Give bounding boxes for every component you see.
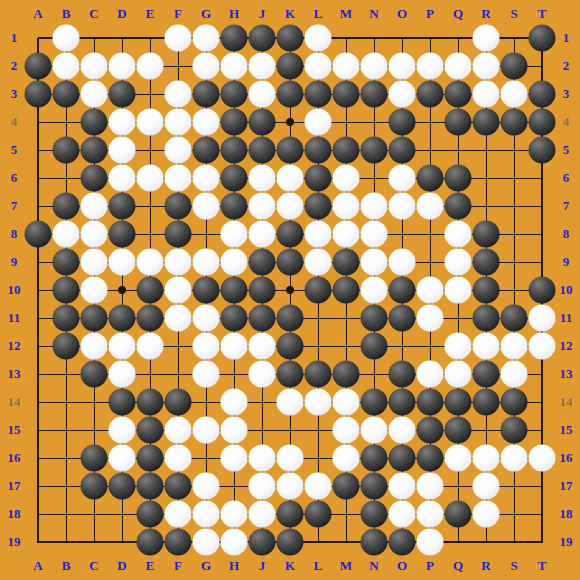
- stone-black-C4[interactable]: ●: [81, 109, 108, 136]
- stone-white-R2[interactable]: ●: [473, 53, 500, 80]
- coord-top-H: H: [229, 6, 239, 22]
- coord-top-R: R: [481, 6, 490, 22]
- stone-white-P13[interactable]: ●: [417, 361, 444, 388]
- stone-white-G13[interactable]: ●: [193, 361, 220, 388]
- stone-black-N5[interactable]: ●: [361, 137, 388, 164]
- stone-white-P10[interactable]: ●: [417, 277, 444, 304]
- stone-black-R4[interactable]: ●: [473, 109, 500, 136]
- stone-black-O14[interactable]: ●: [389, 389, 416, 416]
- stone-black-L7[interactable]: ●: [305, 193, 332, 220]
- stone-black-F8[interactable]: ●: [165, 221, 192, 248]
- stone-black-C11[interactable]: ●: [81, 305, 108, 332]
- stone-black-L3[interactable]: ●: [305, 81, 332, 108]
- coord-bottom-L: L: [314, 558, 323, 574]
- stone-white-D9[interactable]: ●: [109, 249, 136, 276]
- coord-left-13: 13: [8, 366, 21, 382]
- stone-black-N12[interactable]: ●: [361, 333, 388, 360]
- stone-white-J2[interactable]: ●: [249, 53, 276, 80]
- stone-white-P7[interactable]: ●: [417, 193, 444, 220]
- stone-black-C6[interactable]: ●: [81, 165, 108, 192]
- stone-black-K1[interactable]: ●: [277, 25, 304, 52]
- stone-white-F6[interactable]: ●: [165, 165, 192, 192]
- stone-black-R9[interactable]: ●: [473, 249, 500, 276]
- stone-white-K6[interactable]: ●: [277, 165, 304, 192]
- stone-black-E16[interactable]: ●: [137, 445, 164, 472]
- stone-black-M17[interactable]: ●: [333, 473, 360, 500]
- coord-right-14: 14: [560, 394, 573, 410]
- stone-black-T4[interactable]: ●: [529, 109, 556, 136]
- stone-white-N7[interactable]: ●: [361, 193, 388, 220]
- stone-white-Q2[interactable]: ●: [445, 53, 472, 80]
- stone-black-O10[interactable]: ●: [389, 277, 416, 304]
- coord-right-6: 6: [563, 170, 570, 186]
- stone-white-H15[interactable]: ●: [221, 417, 248, 444]
- stone-white-N8[interactable]: ●: [361, 221, 388, 248]
- stone-white-F9[interactable]: ●: [165, 249, 192, 276]
- coord-right-19: 19: [560, 534, 573, 550]
- stone-white-O7[interactable]: ●: [389, 193, 416, 220]
- coord-left-8: 8: [11, 226, 18, 242]
- stone-black-Q15[interactable]: ●: [445, 417, 472, 444]
- stone-white-L1[interactable]: ●: [305, 25, 332, 52]
- coord-top-N: N: [369, 6, 378, 22]
- stone-white-G15[interactable]: ●: [193, 417, 220, 444]
- coord-bottom-G: G: [201, 558, 211, 574]
- stone-white-J12[interactable]: ●: [249, 333, 276, 360]
- stone-black-E18[interactable]: ●: [137, 501, 164, 528]
- stone-white-L4[interactable]: ●: [305, 109, 332, 136]
- stone-black-B10[interactable]: ●: [53, 277, 80, 304]
- coord-bottom-O: O: [397, 558, 407, 574]
- stone-black-M10[interactable]: ●: [333, 277, 360, 304]
- stone-white-J7[interactable]: ●: [249, 193, 276, 220]
- stone-white-P2[interactable]: ●: [417, 53, 444, 80]
- stone-black-C5[interactable]: ●: [81, 137, 108, 164]
- stone-black-H1[interactable]: ●: [221, 25, 248, 52]
- stone-black-T3[interactable]: ●: [529, 81, 556, 108]
- stone-black-B7[interactable]: ●: [53, 193, 80, 220]
- coord-left-4: 4: [11, 114, 18, 130]
- stone-black-G5[interactable]: ●: [193, 137, 220, 164]
- stone-white-C7[interactable]: ●: [81, 193, 108, 220]
- stone-white-R16[interactable]: ●: [473, 445, 500, 472]
- stone-black-H5[interactable]: ●: [221, 137, 248, 164]
- stone-black-K19[interactable]: ●: [277, 529, 304, 556]
- stone-white-C10[interactable]: ●: [81, 277, 108, 304]
- stone-white-C12[interactable]: ●: [81, 333, 108, 360]
- stone-white-D6[interactable]: ●: [109, 165, 136, 192]
- stone-white-F5[interactable]: ●: [165, 137, 192, 164]
- stone-black-D11[interactable]: ●: [109, 305, 136, 332]
- stone-white-J17[interactable]: ●: [249, 473, 276, 500]
- coord-left-12: 12: [8, 338, 21, 354]
- stone-white-Q12[interactable]: ●: [445, 333, 472, 360]
- stone-black-E17[interactable]: ●: [137, 473, 164, 500]
- stone-white-G17[interactable]: ●: [193, 473, 220, 500]
- stone-black-F19[interactable]: ●: [165, 529, 192, 556]
- stone-black-F17[interactable]: ●: [165, 473, 192, 500]
- stone-white-S13[interactable]: ●: [501, 361, 528, 388]
- stone-black-R13[interactable]: ●: [473, 361, 500, 388]
- stone-white-O2[interactable]: ●: [389, 53, 416, 80]
- stone-white-J18[interactable]: ●: [249, 501, 276, 528]
- hoshi-K4: [286, 118, 294, 126]
- stone-black-L18[interactable]: ●: [305, 501, 332, 528]
- stone-white-F10[interactable]: ●: [165, 277, 192, 304]
- stone-white-F16[interactable]: ●: [165, 445, 192, 472]
- stone-white-S12[interactable]: ●: [501, 333, 528, 360]
- stone-black-S15[interactable]: ●: [501, 417, 528, 444]
- stone-black-J5[interactable]: ●: [249, 137, 276, 164]
- stone-white-G9[interactable]: ●: [193, 249, 220, 276]
- stone-white-F11[interactable]: ●: [165, 305, 192, 332]
- stone-white-J13[interactable]: ●: [249, 361, 276, 388]
- stone-black-K11[interactable]: ●: [277, 305, 304, 332]
- coord-left-2: 2: [11, 58, 18, 74]
- stone-black-H3[interactable]: ●: [221, 81, 248, 108]
- stone-black-L10[interactable]: ●: [305, 277, 332, 304]
- stone-black-H11[interactable]: ●: [221, 305, 248, 332]
- stone-white-F1[interactable]: ●: [165, 25, 192, 52]
- stone-white-O18[interactable]: ●: [389, 501, 416, 528]
- stone-black-K18[interactable]: ●: [277, 501, 304, 528]
- stone-black-O16[interactable]: ●: [389, 445, 416, 472]
- coord-bottom-H: H: [229, 558, 239, 574]
- stone-white-E2[interactable]: ●: [137, 53, 164, 80]
- stone-white-D16[interactable]: ●: [109, 445, 136, 472]
- stone-black-R10[interactable]: ●: [473, 277, 500, 304]
- stone-white-T11[interactable]: ●: [529, 305, 556, 332]
- stone-white-F4[interactable]: ●: [165, 109, 192, 136]
- stone-black-L6[interactable]: ●: [305, 165, 332, 192]
- stone-white-F18[interactable]: ●: [165, 501, 192, 528]
- stone-white-M16[interactable]: ●: [333, 445, 360, 472]
- stone-black-Q3[interactable]: ●: [445, 81, 472, 108]
- stone-white-C2[interactable]: ●: [81, 53, 108, 80]
- stone-black-P3[interactable]: ●: [417, 81, 444, 108]
- stone-black-H10[interactable]: ●: [221, 277, 248, 304]
- coord-right-4: 4: [563, 114, 570, 130]
- stone-black-L13[interactable]: ●: [305, 361, 332, 388]
- stone-black-E14[interactable]: ●: [137, 389, 164, 416]
- stone-black-N19[interactable]: ●: [361, 529, 388, 556]
- stone-white-D15[interactable]: ●: [109, 417, 136, 444]
- stone-black-P6[interactable]: ●: [417, 165, 444, 192]
- coord-top-E: E: [146, 6, 155, 22]
- stone-white-M14[interactable]: ●: [333, 389, 360, 416]
- stone-black-J19[interactable]: ●: [249, 529, 276, 556]
- stone-black-D7[interactable]: ●: [109, 193, 136, 220]
- stone-black-M3[interactable]: ●: [333, 81, 360, 108]
- stone-white-E9[interactable]: ●: [137, 249, 164, 276]
- stone-white-P17[interactable]: ●: [417, 473, 444, 500]
- stone-white-H19[interactable]: ●: [221, 529, 248, 556]
- stone-black-A2[interactable]: ●: [25, 53, 52, 80]
- stone-black-S11[interactable]: ●: [501, 305, 528, 332]
- stone-black-P16[interactable]: ●: [417, 445, 444, 472]
- stone-white-G4[interactable]: ●: [193, 109, 220, 136]
- stone-black-N16[interactable]: ●: [361, 445, 388, 472]
- coord-left-14: 14: [8, 394, 21, 410]
- coord-right-17: 17: [560, 478, 573, 494]
- stone-black-K12[interactable]: ●: [277, 333, 304, 360]
- stone-black-K9[interactable]: ●: [277, 249, 304, 276]
- stone-white-E6[interactable]: ●: [137, 165, 164, 192]
- stone-white-J16[interactable]: ●: [249, 445, 276, 472]
- coord-right-7: 7: [563, 198, 570, 214]
- stone-white-R18[interactable]: ●: [473, 501, 500, 528]
- stone-black-K2[interactable]: ●: [277, 53, 304, 80]
- stone-white-B2[interactable]: ●: [53, 53, 80, 80]
- stone-black-K3[interactable]: ●: [277, 81, 304, 108]
- stone-white-O17[interactable]: ●: [389, 473, 416, 500]
- coord-right-16: 16: [560, 450, 573, 466]
- stone-black-C17[interactable]: ●: [81, 473, 108, 500]
- stone-white-N2[interactable]: ●: [361, 53, 388, 80]
- coord-top-T: T: [538, 6, 547, 22]
- stone-black-T5[interactable]: ●: [529, 137, 556, 164]
- coord-left-15: 15: [8, 422, 21, 438]
- stone-black-R11[interactable]: ●: [473, 305, 500, 332]
- stone-white-N15[interactable]: ●: [361, 417, 388, 444]
- stone-white-E4[interactable]: ●: [137, 109, 164, 136]
- stone-black-D14[interactable]: ●: [109, 389, 136, 416]
- stone-white-S3[interactable]: ●: [501, 81, 528, 108]
- stone-white-H2[interactable]: ●: [221, 53, 248, 80]
- stone-black-F14[interactable]: ●: [165, 389, 192, 416]
- stone-white-G12[interactable]: ●: [193, 333, 220, 360]
- stone-white-G6[interactable]: ●: [193, 165, 220, 192]
- stone-white-K7[interactable]: ●: [277, 193, 304, 220]
- stone-black-E11[interactable]: ●: [137, 305, 164, 332]
- stone-white-R12[interactable]: ●: [473, 333, 500, 360]
- stone-white-L8[interactable]: ●: [305, 221, 332, 248]
- stone-black-O11[interactable]: ●: [389, 305, 416, 332]
- stone-black-E10[interactable]: ●: [137, 277, 164, 304]
- stone-white-M2[interactable]: ●: [333, 53, 360, 80]
- stone-white-H8[interactable]: ●: [221, 221, 248, 248]
- stone-black-P15[interactable]: ●: [417, 417, 444, 444]
- stone-white-C3[interactable]: ●: [81, 81, 108, 108]
- stone-black-S14[interactable]: ●: [501, 389, 528, 416]
- stone-black-D8[interactable]: ●: [109, 221, 136, 248]
- stone-white-Q8[interactable]: ●: [445, 221, 472, 248]
- stone-white-M6[interactable]: ●: [333, 165, 360, 192]
- stone-white-L9[interactable]: ●: [305, 249, 332, 276]
- coord-bottom-E: E: [146, 558, 155, 574]
- stone-white-H18[interactable]: ●: [221, 501, 248, 528]
- stone-black-L5[interactable]: ●: [305, 137, 332, 164]
- stone-white-C9[interactable]: ●: [81, 249, 108, 276]
- stone-white-G2[interactable]: ●: [193, 53, 220, 80]
- stone-black-E19[interactable]: ●: [137, 529, 164, 556]
- stone-white-J3[interactable]: ●: [249, 81, 276, 108]
- stone-black-G3[interactable]: ●: [193, 81, 220, 108]
- stone-white-T12[interactable]: ●: [529, 333, 556, 360]
- stone-white-D12[interactable]: ●: [109, 333, 136, 360]
- stone-white-N9[interactable]: ●: [361, 249, 388, 276]
- stone-black-P14[interactable]: ●: [417, 389, 444, 416]
- coord-right-18: 18: [560, 506, 573, 522]
- stone-white-K14[interactable]: ●: [277, 389, 304, 416]
- stone-white-D4[interactable]: ●: [109, 109, 136, 136]
- coord-bottom-N: N: [369, 558, 378, 574]
- stone-black-T1[interactable]: ●: [529, 25, 556, 52]
- stone-white-C8[interactable]: ●: [81, 221, 108, 248]
- stone-white-Q16[interactable]: ●: [445, 445, 472, 472]
- stone-black-M5[interactable]: ●: [333, 137, 360, 164]
- stone-white-M8[interactable]: ●: [333, 221, 360, 248]
- stone-black-O5[interactable]: ●: [389, 137, 416, 164]
- stone-black-H4[interactable]: ●: [221, 109, 248, 136]
- coord-top-P: P: [426, 6, 434, 22]
- stone-black-R8[interactable]: ●: [473, 221, 500, 248]
- stone-black-H7[interactable]: ●: [221, 193, 248, 220]
- stone-black-D17[interactable]: ●: [109, 473, 136, 500]
- stone-white-E12[interactable]: ●: [137, 333, 164, 360]
- stone-white-P18[interactable]: ●: [417, 501, 444, 528]
- stone-black-K8[interactable]: ●: [277, 221, 304, 248]
- stone-black-B3[interactable]: ●: [53, 81, 80, 108]
- stone-black-C16[interactable]: ●: [81, 445, 108, 472]
- stone-black-N11[interactable]: ●: [361, 305, 388, 332]
- stone-black-C13[interactable]: ●: [81, 361, 108, 388]
- stone-black-Q7[interactable]: ●: [445, 193, 472, 220]
- stone-white-P19[interactable]: ●: [417, 529, 444, 556]
- stone-black-J1[interactable]: ●: [249, 25, 276, 52]
- stone-white-F15[interactable]: ●: [165, 417, 192, 444]
- stone-black-J9[interactable]: ●: [249, 249, 276, 276]
- stone-black-B12[interactable]: ●: [53, 333, 80, 360]
- stone-white-O3[interactable]: ●: [389, 81, 416, 108]
- stone-black-N17[interactable]: ●: [361, 473, 388, 500]
- coord-top-K: K: [285, 6, 295, 22]
- stone-white-J6[interactable]: ●: [249, 165, 276, 192]
- coord-top-L: L: [314, 6, 323, 22]
- stone-white-H12[interactable]: ●: [221, 333, 248, 360]
- stone-white-L2[interactable]: ●: [305, 53, 332, 80]
- coord-right-2: 2: [563, 58, 570, 74]
- stone-black-F7[interactable]: ●: [165, 193, 192, 220]
- stone-white-D13[interactable]: ●: [109, 361, 136, 388]
- stone-black-O19[interactable]: ●: [389, 529, 416, 556]
- stone-black-K13[interactable]: ●: [277, 361, 304, 388]
- stone-white-R3[interactable]: ●: [473, 81, 500, 108]
- stone-white-Q10[interactable]: ●: [445, 277, 472, 304]
- stone-white-R1[interactable]: ●: [473, 25, 500, 52]
- coord-right-1: 1: [563, 30, 570, 46]
- stone-black-E15[interactable]: ●: [137, 417, 164, 444]
- stone-white-M7[interactable]: ●: [333, 193, 360, 220]
- stone-black-T10[interactable]: ●: [529, 277, 556, 304]
- stone-white-R17[interactable]: ●: [473, 473, 500, 500]
- stone-black-N14[interactable]: ●: [361, 389, 388, 416]
- stone-black-Q6[interactable]: ●: [445, 165, 472, 192]
- stone-black-Q4[interactable]: ●: [445, 109, 472, 136]
- coord-top-D: D: [117, 6, 126, 22]
- stone-black-Q18[interactable]: ●: [445, 501, 472, 528]
- stone-white-H9[interactable]: ●: [221, 249, 248, 276]
- stone-white-G18[interactable]: ●: [193, 501, 220, 528]
- stone-black-S2[interactable]: ●: [501, 53, 528, 80]
- stone-black-O4[interactable]: ●: [389, 109, 416, 136]
- stone-white-N10[interactable]: ●: [361, 277, 388, 304]
- coord-bottom-M: M: [340, 558, 352, 574]
- stone-white-H14[interactable]: ●: [221, 389, 248, 416]
- stone-white-G7[interactable]: ●: [193, 193, 220, 220]
- stone-black-M13[interactable]: ●: [333, 361, 360, 388]
- coord-bottom-P: P: [426, 558, 434, 574]
- stone-white-G1[interactable]: ●: [193, 25, 220, 52]
- coord-bottom-K: K: [285, 558, 295, 574]
- stone-black-K5[interactable]: ●: [277, 137, 304, 164]
- coord-left-17: 17: [8, 478, 21, 494]
- stone-black-J4[interactable]: ●: [249, 109, 276, 136]
- stone-white-P11[interactable]: ●: [417, 305, 444, 332]
- stone-black-A8[interactable]: ●: [25, 221, 52, 248]
- stone-white-O15[interactable]: ●: [389, 417, 416, 444]
- stone-white-M15[interactable]: ●: [333, 417, 360, 444]
- coord-bottom-D: D: [117, 558, 126, 574]
- stone-black-J10[interactable]: ●: [249, 277, 276, 304]
- coord-top-O: O: [397, 6, 407, 22]
- stone-white-Q13[interactable]: ●: [445, 361, 472, 388]
- coord-bottom-A: A: [33, 558, 42, 574]
- stone-white-D5[interactable]: ●: [109, 137, 136, 164]
- stone-black-R14[interactable]: ●: [473, 389, 500, 416]
- coord-left-19: 19: [8, 534, 21, 550]
- stone-white-G19[interactable]: ●: [193, 529, 220, 556]
- stone-black-H6[interactable]: ●: [221, 165, 248, 192]
- coord-right-8: 8: [563, 226, 570, 242]
- coord-left-6: 6: [11, 170, 18, 186]
- stone-black-N3[interactable]: ●: [361, 81, 388, 108]
- stone-white-B8[interactable]: ●: [53, 221, 80, 248]
- stone-black-J11[interactable]: ●: [249, 305, 276, 332]
- coord-bottom-R: R: [481, 558, 490, 574]
- stone-white-D2[interactable]: ●: [109, 53, 136, 80]
- stone-black-B11[interactable]: ●: [53, 305, 80, 332]
- coord-right-10: 10: [560, 282, 573, 298]
- stone-black-B5[interactable]: ●: [53, 137, 80, 164]
- stone-white-B1[interactable]: ●: [53, 25, 80, 52]
- stone-black-O13[interactable]: ●: [389, 361, 416, 388]
- stone-white-L14[interactable]: ●: [305, 389, 332, 416]
- stone-white-F3[interactable]: ●: [165, 81, 192, 108]
- stone-white-H16[interactable]: ●: [221, 445, 248, 472]
- stone-white-L17[interactable]: ●: [305, 473, 332, 500]
- stone-white-O9[interactable]: ●: [389, 249, 416, 276]
- stone-white-Q9[interactable]: ●: [445, 249, 472, 276]
- stone-white-G11[interactable]: ●: [193, 305, 220, 332]
- coord-left-16: 16: [8, 450, 21, 466]
- stone-white-K17[interactable]: ●: [277, 473, 304, 500]
- stone-white-K16[interactable]: ●: [277, 445, 304, 472]
- stone-black-A3[interactable]: ●: [25, 81, 52, 108]
- stone-white-T16[interactable]: ●: [529, 445, 556, 472]
- coord-bottom-J: J: [259, 558, 266, 574]
- stone-white-J8[interactable]: ●: [249, 221, 276, 248]
- stone-black-G10[interactable]: ●: [193, 277, 220, 304]
- stone-white-O6[interactable]: ●: [389, 165, 416, 192]
- stone-black-D3[interactable]: ●: [109, 81, 136, 108]
- stone-black-M9[interactable]: ●: [333, 249, 360, 276]
- stone-white-S16[interactable]: ●: [501, 445, 528, 472]
- stone-black-N18[interactable]: ●: [361, 501, 388, 528]
- stone-black-B9[interactable]: ●: [53, 249, 80, 276]
- stone-black-Q14[interactable]: ●: [445, 389, 472, 416]
- stone-black-S4[interactable]: ●: [501, 109, 528, 136]
